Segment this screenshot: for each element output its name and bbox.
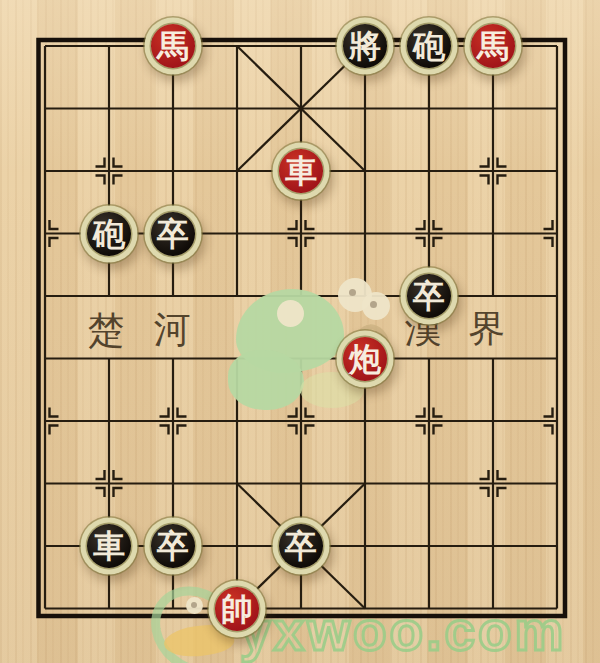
piece-black-cannon[interactable]: 砲 — [87, 212, 131, 256]
board-intersection: 卒 — [141, 515, 205, 578]
piece-red-horse[interactable]: 馬 — [151, 24, 195, 68]
board-intersection: 車 — [77, 515, 141, 578]
board-intersection: 馬 — [141, 15, 205, 78]
board-intersection: 炮 — [333, 327, 397, 390]
piece-black-soldier[interactable]: 卒 — [279, 524, 323, 568]
piece-red-chariot[interactable]: 車 — [279, 149, 323, 193]
piece-layer: 馬將砲馬車砲卒卒炮車卒卒帥 — [13, 15, 589, 640]
board-intersection: 砲 — [397, 15, 461, 78]
piece-black-chariot[interactable]: 車 — [87, 524, 131, 568]
board-intersection: 帥 — [205, 577, 269, 640]
board-intersection: 卒 — [397, 265, 461, 328]
board-intersection: 馬 — [461, 15, 525, 78]
board-intersection: 將 — [333, 15, 397, 78]
piece-red-general[interactable]: 帥 — [215, 587, 259, 631]
xiangqi-board: 楚 河 漢 界 yxwoo.com 馬將砲馬車砲卒卒炮車卒卒帥 — [0, 0, 600, 663]
board-intersection: 卒 — [141, 202, 205, 265]
piece-black-cannon[interactable]: 砲 — [407, 24, 451, 68]
piece-red-cannon[interactable]: 炮 — [343, 337, 387, 381]
board-intersection: 車 — [269, 140, 333, 203]
piece-black-soldier[interactable]: 卒 — [151, 212, 195, 256]
board-intersection: 卒 — [269, 515, 333, 578]
piece-black-general[interactable]: 將 — [343, 24, 387, 68]
board-intersection: 砲 — [77, 202, 141, 265]
piece-black-soldier[interactable]: 卒 — [151, 524, 195, 568]
piece-black-soldier[interactable]: 卒 — [407, 274, 451, 318]
piece-red-horse[interactable]: 馬 — [471, 24, 515, 68]
